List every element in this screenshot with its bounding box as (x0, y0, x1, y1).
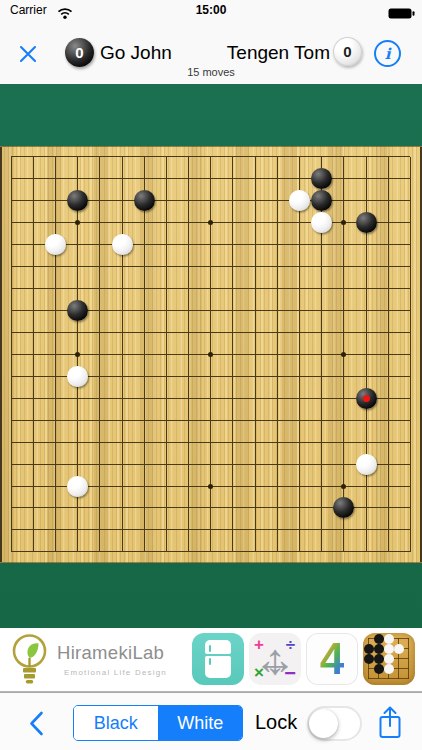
board-cell[interactable] (222, 212, 244, 234)
board-cell[interactable] (311, 234, 333, 256)
segment-white[interactable]: White (159, 706, 243, 740)
board-cell[interactable] (266, 234, 288, 256)
board-cell[interactable] (222, 541, 244, 563)
four-app-icon[interactable]: 4 (306, 633, 358, 685)
board-cell[interactable] (155, 168, 177, 190)
board-cell[interactable] (399, 387, 421, 409)
math-arrows-app-icon[interactable]: ↔ ↕ + ÷ × − (249, 633, 301, 685)
board-cell[interactable] (111, 190, 133, 212)
board-cell[interactable] (288, 519, 310, 541)
board-cell[interactable] (200, 168, 222, 190)
board-cell[interactable] (0, 365, 22, 387)
board-cell[interactable] (44, 409, 66, 431)
board-cell[interactable] (377, 256, 399, 278)
board-cell[interactable] (399, 234, 421, 256)
board-cell[interactable] (89, 343, 111, 365)
board-cell[interactable] (67, 234, 89, 256)
board-cell[interactable] (244, 234, 266, 256)
board-cell[interactable] (178, 168, 200, 190)
board-cell[interactable] (89, 300, 111, 322)
board-cell[interactable] (0, 519, 22, 541)
board-cell[interactable] (399, 168, 421, 190)
board-cell[interactable] (0, 256, 22, 278)
board-cell[interactable] (288, 387, 310, 409)
board-cell[interactable] (399, 475, 421, 497)
board-cell[interactable] (222, 300, 244, 322)
board-cell[interactable] (44, 453, 66, 475)
board-cell[interactable] (222, 453, 244, 475)
board-cell[interactable] (200, 519, 222, 541)
board-cell[interactable] (0, 300, 22, 322)
board-cell[interactable] (155, 343, 177, 365)
board-cell[interactable] (377, 475, 399, 497)
board-cell[interactable] (22, 387, 44, 409)
board-cell[interactable] (44, 343, 66, 365)
board-cell[interactable] (133, 365, 155, 387)
board-cell[interactable] (67, 541, 89, 563)
board-cell[interactable] (155, 146, 177, 168)
board-cell[interactable] (377, 190, 399, 212)
board-cell[interactable] (399, 409, 421, 431)
board-cell[interactable] (44, 278, 66, 300)
board-cell[interactable] (399, 541, 421, 563)
board-cell[interactable] (200, 322, 222, 344)
board-cell[interactable] (200, 278, 222, 300)
board-cell[interactable] (311, 541, 333, 563)
board-cell[interactable] (89, 212, 111, 234)
board-cell[interactable] (311, 322, 333, 344)
board-cell[interactable] (288, 365, 310, 387)
board-cell[interactable] (333, 343, 355, 365)
board-cell[interactable] (89, 497, 111, 519)
board-cell[interactable] (200, 475, 222, 497)
board-cell[interactable] (355, 322, 377, 344)
board-cell[interactable] (222, 431, 244, 453)
board-cell[interactable] (0, 497, 22, 519)
board-cell[interactable] (44, 212, 66, 234)
fridge-app-icon[interactable] (192, 633, 244, 685)
board-cell[interactable] (111, 234, 133, 256)
board-cell[interactable] (200, 343, 222, 365)
board-cell[interactable] (333, 475, 355, 497)
board-cell[interactable] (22, 475, 44, 497)
board-cell[interactable] (133, 431, 155, 453)
board-cell[interactable] (311, 475, 333, 497)
board-cell[interactable] (178, 234, 200, 256)
board-cell[interactable] (44, 387, 66, 409)
share-icon[interactable] (377, 705, 403, 744)
board-cell[interactable] (200, 453, 222, 475)
board-cell[interactable] (155, 322, 177, 344)
board-cell[interactable] (111, 365, 133, 387)
board-cell[interactable] (22, 519, 44, 541)
board-cell[interactable] (311, 519, 333, 541)
board-cell[interactable] (244, 541, 266, 563)
board-cell[interactable] (111, 497, 133, 519)
board-cell[interactable] (89, 278, 111, 300)
board-cell[interactable] (266, 322, 288, 344)
board-cell[interactable] (355, 541, 377, 563)
board-cell[interactable] (200, 234, 222, 256)
board-cell[interactable] (288, 453, 310, 475)
board-cell[interactable] (22, 234, 44, 256)
board-cell[interactable] (288, 234, 310, 256)
board-cell[interactable] (67, 322, 89, 344)
board-cell[interactable] (67, 168, 89, 190)
board-cell[interactable] (89, 387, 111, 409)
lock-toggle[interactable] (307, 706, 362, 741)
board-cell[interactable] (399, 256, 421, 278)
board-cell[interactable] (311, 387, 333, 409)
board-cell[interactable] (377, 278, 399, 300)
board-cell[interactable] (89, 190, 111, 212)
board-cell[interactable] (222, 322, 244, 344)
board-cell[interactable] (155, 475, 177, 497)
board-cell[interactable] (0, 190, 22, 212)
board-cell[interactable] (200, 387, 222, 409)
board-cell[interactable] (355, 212, 377, 234)
board-cell[interactable] (244, 300, 266, 322)
info-button[interactable]: i (374, 40, 401, 67)
board-cell[interactable] (222, 365, 244, 387)
board-cell[interactable] (178, 431, 200, 453)
board-cell[interactable] (133, 168, 155, 190)
board-cell[interactable] (200, 497, 222, 519)
board-cell[interactable] (288, 146, 310, 168)
board-cell[interactable] (399, 431, 421, 453)
board-cell[interactable] (22, 497, 44, 519)
board-cell[interactable] (333, 431, 355, 453)
board-cell[interactable] (266, 278, 288, 300)
close-icon[interactable] (19, 45, 37, 63)
board-cell[interactable] (355, 300, 377, 322)
board-cell[interactable] (133, 234, 155, 256)
board-cell[interactable] (399, 322, 421, 344)
board-cell[interactable] (133, 322, 155, 344)
board-cell[interactable] (355, 168, 377, 190)
board-cell[interactable] (67, 409, 89, 431)
board-cell[interactable] (288, 168, 310, 190)
board-cell[interactable] (200, 300, 222, 322)
board-cell[interactable] (133, 256, 155, 278)
board-cell[interactable] (111, 300, 133, 322)
board-cell[interactable] (288, 409, 310, 431)
board-cell[interactable] (377, 431, 399, 453)
board-cell[interactable] (266, 300, 288, 322)
board-cell[interactable] (377, 343, 399, 365)
board-cell[interactable] (377, 519, 399, 541)
board-cell[interactable] (311, 256, 333, 278)
board-cell[interactable] (244, 431, 266, 453)
board-cell[interactable] (377, 497, 399, 519)
board-cell[interactable] (399, 278, 421, 300)
board-cell[interactable] (200, 256, 222, 278)
board-cell[interactable] (133, 387, 155, 409)
board-cell[interactable] (288, 343, 310, 365)
board-cell[interactable] (155, 365, 177, 387)
board-cell[interactable] (333, 278, 355, 300)
board-cell[interactable] (0, 146, 22, 168)
board-cell[interactable] (0, 343, 22, 365)
board-cell[interactable] (244, 278, 266, 300)
board-cell[interactable] (288, 541, 310, 563)
board-cell[interactable] (244, 519, 266, 541)
board-cell[interactable] (155, 300, 177, 322)
board-cell[interactable] (311, 497, 333, 519)
board-cell[interactable] (44, 234, 66, 256)
board-cell[interactable] (0, 278, 22, 300)
board-cell[interactable] (333, 519, 355, 541)
board-cell[interactable] (333, 256, 355, 278)
board-cell[interactable] (333, 387, 355, 409)
board-cell[interactable] (244, 409, 266, 431)
board-cell[interactable] (67, 453, 89, 475)
board-cell[interactable] (89, 475, 111, 497)
board-cell[interactable] (155, 519, 177, 541)
board-cell[interactable] (333, 497, 355, 519)
board-cell[interactable] (355, 453, 377, 475)
board-cell[interactable] (111, 343, 133, 365)
board-cell[interactable] (67, 190, 89, 212)
board-cell[interactable] (266, 453, 288, 475)
board-cell[interactable] (0, 475, 22, 497)
board-cell[interactable] (288, 278, 310, 300)
board-cell[interactable] (333, 365, 355, 387)
board-cell[interactable] (67, 497, 89, 519)
board-cell[interactable] (0, 431, 22, 453)
board-cell[interactable] (377, 322, 399, 344)
board-cell[interactable] (89, 146, 111, 168)
board-cell[interactable] (266, 365, 288, 387)
board-cell[interactable] (377, 365, 399, 387)
board-cell[interactable] (133, 453, 155, 475)
board-cell[interactable] (155, 234, 177, 256)
board-cell[interactable] (178, 300, 200, 322)
board-cell[interactable] (178, 322, 200, 344)
board-cell[interactable] (399, 190, 421, 212)
board-cell[interactable] (266, 409, 288, 431)
board-cell[interactable] (44, 431, 66, 453)
board-cell[interactable] (355, 519, 377, 541)
board-cell[interactable] (111, 431, 133, 453)
board-cell[interactable] (22, 212, 44, 234)
board-cell[interactable] (222, 387, 244, 409)
board-cell[interactable] (44, 300, 66, 322)
board-cell[interactable] (377, 146, 399, 168)
board-cell[interactable] (155, 541, 177, 563)
board-cell[interactable] (111, 409, 133, 431)
board-cell[interactable] (178, 519, 200, 541)
board-cell[interactable] (355, 475, 377, 497)
board-cell[interactable] (377, 541, 399, 563)
board-cell[interactable] (0, 212, 22, 234)
board-cell[interactable] (355, 256, 377, 278)
board-cell[interactable] (355, 365, 377, 387)
board-cell[interactable] (67, 256, 89, 278)
board-cell[interactable] (111, 256, 133, 278)
board-cell[interactable] (244, 387, 266, 409)
board-cell[interactable] (133, 541, 155, 563)
board-cell[interactable] (288, 497, 310, 519)
board-cell[interactable] (377, 409, 399, 431)
board-cell[interactable] (178, 278, 200, 300)
board-cell[interactable] (22, 431, 44, 453)
board-cell[interactable] (111, 541, 133, 563)
board-cell[interactable] (288, 431, 310, 453)
board-cell[interactable] (200, 431, 222, 453)
board-cell[interactable] (0, 453, 22, 475)
board-cell[interactable] (111, 475, 133, 497)
board-cell[interactable] (67, 343, 89, 365)
board-cell[interactable] (22, 409, 44, 431)
board-cell[interactable] (133, 475, 155, 497)
board-cell[interactable] (178, 453, 200, 475)
board-cell[interactable] (333, 409, 355, 431)
board-cell[interactable] (311, 190, 333, 212)
board-cell[interactable] (89, 256, 111, 278)
board-cell[interactable] (222, 343, 244, 365)
board-cell[interactable] (399, 300, 421, 322)
board-cell[interactable] (155, 190, 177, 212)
board-cell[interactable] (89, 519, 111, 541)
board-cell[interactable] (311, 168, 333, 190)
board-cell[interactable] (22, 300, 44, 322)
board-cell[interactable] (155, 212, 177, 234)
board-cell[interactable] (155, 256, 177, 278)
board-cell[interactable] (0, 322, 22, 344)
board-cell[interactable] (333, 190, 355, 212)
board-cell[interactable] (311, 409, 333, 431)
board-cell[interactable] (355, 497, 377, 519)
board-cell[interactable] (178, 256, 200, 278)
board-cell[interactable] (178, 343, 200, 365)
board-cell[interactable] (89, 431, 111, 453)
board-cell[interactable] (67, 431, 89, 453)
board-cell[interactable] (222, 146, 244, 168)
board-cell[interactable] (244, 256, 266, 278)
board-cell[interactable] (155, 431, 177, 453)
board-cell[interactable] (0, 409, 22, 431)
board-cell[interactable] (200, 365, 222, 387)
board-cell[interactable] (89, 234, 111, 256)
board-cell[interactable] (244, 212, 266, 234)
board-cell[interactable] (67, 212, 89, 234)
board-cell[interactable] (244, 322, 266, 344)
board-cell[interactable] (111, 168, 133, 190)
board-cell[interactable] (89, 322, 111, 344)
board-cell[interactable] (22, 322, 44, 344)
board-cell[interactable] (333, 234, 355, 256)
board-cell[interactable] (377, 387, 399, 409)
board-cell[interactable] (89, 168, 111, 190)
board-cell[interactable] (44, 256, 66, 278)
board-cell[interactable] (155, 453, 177, 475)
board-cell[interactable] (67, 475, 89, 497)
promo-banner[interactable]: HiramekiLab Emotional Life Design ↔ ↕ + … (0, 628, 422, 692)
board-cell[interactable] (377, 453, 399, 475)
board-cell[interactable] (288, 322, 310, 344)
board-cell[interactable] (44, 190, 66, 212)
board-cell[interactable] (178, 541, 200, 563)
board-cell[interactable] (333, 322, 355, 344)
board-cell[interactable] (288, 300, 310, 322)
board-cell[interactable] (222, 256, 244, 278)
board-cell[interactable] (244, 343, 266, 365)
board-cell[interactable] (155, 387, 177, 409)
board-cell[interactable] (399, 453, 421, 475)
board-cell[interactable] (244, 190, 266, 212)
board-cell[interactable] (244, 168, 266, 190)
board-cell[interactable] (111, 453, 133, 475)
board-cell[interactable] (44, 168, 66, 190)
board-cell[interactable] (222, 234, 244, 256)
board-cell[interactable] (333, 212, 355, 234)
board-cell[interactable] (311, 300, 333, 322)
board-cell[interactable] (111, 212, 133, 234)
board-cell[interactable] (200, 541, 222, 563)
board-cell[interactable] (133, 343, 155, 365)
board-cell[interactable] (288, 256, 310, 278)
board-cell[interactable] (0, 168, 22, 190)
board-cell[interactable] (0, 234, 22, 256)
board-cell[interactable] (399, 212, 421, 234)
board-cell[interactable] (266, 497, 288, 519)
board-cell[interactable] (377, 300, 399, 322)
board-cell[interactable] (22, 190, 44, 212)
board-cell[interactable] (266, 190, 288, 212)
board-cell[interactable] (44, 365, 66, 387)
board-cell[interactable] (399, 519, 421, 541)
board-cell[interactable] (67, 387, 89, 409)
board-cell[interactable] (133, 212, 155, 234)
board-cell[interactable] (178, 497, 200, 519)
back-chevron-icon[interactable] (29, 711, 44, 740)
board-cell[interactable] (133, 519, 155, 541)
board-cell[interactable] (266, 168, 288, 190)
board-cell[interactable] (222, 409, 244, 431)
board-cell[interactable] (244, 497, 266, 519)
board-cell[interactable] (377, 234, 399, 256)
board-cell[interactable] (399, 343, 421, 365)
board-cell[interactable] (89, 365, 111, 387)
board-cell[interactable] (244, 146, 266, 168)
board-cell[interactable] (133, 146, 155, 168)
board-cell[interactable] (178, 212, 200, 234)
board-cell[interactable] (200, 190, 222, 212)
board-cell[interactable] (377, 168, 399, 190)
board-cell[interactable] (178, 146, 200, 168)
board-cell[interactable] (288, 475, 310, 497)
board-cell[interactable] (311, 343, 333, 365)
board-cell[interactable] (178, 409, 200, 431)
board-cell[interactable] (155, 497, 177, 519)
board-cell[interactable] (355, 234, 377, 256)
board-cell[interactable] (133, 190, 155, 212)
board-cell[interactable] (155, 409, 177, 431)
board-cell[interactable] (22, 365, 44, 387)
board-cell[interactable] (311, 365, 333, 387)
board-cell[interactable] (311, 453, 333, 475)
board-cell[interactable] (22, 256, 44, 278)
board-cell[interactable] (22, 541, 44, 563)
board-cell[interactable] (22, 343, 44, 365)
board-cell[interactable] (67, 519, 89, 541)
go-board-app-icon[interactable] (363, 633, 415, 685)
board-cell[interactable] (0, 387, 22, 409)
board-cell[interactable] (222, 190, 244, 212)
board-cell[interactable] (89, 409, 111, 431)
board-cell[interactable] (44, 475, 66, 497)
